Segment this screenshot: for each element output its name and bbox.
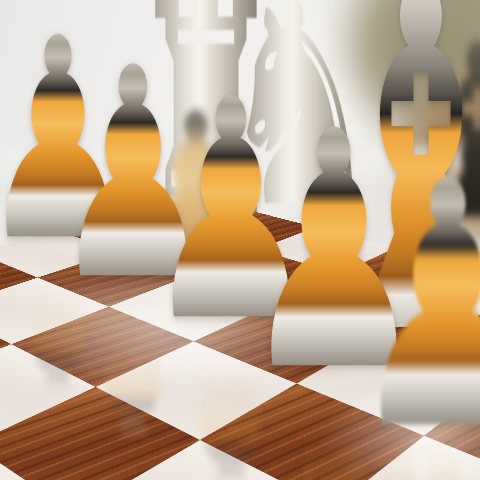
pawn-f[interactable]: ♟ bbox=[348, 137, 480, 476]
photo-stage: ♟♟♟♟♝♟ ♟♟♜♟♟♞♟♝♝♟ bbox=[0, 0, 480, 480]
